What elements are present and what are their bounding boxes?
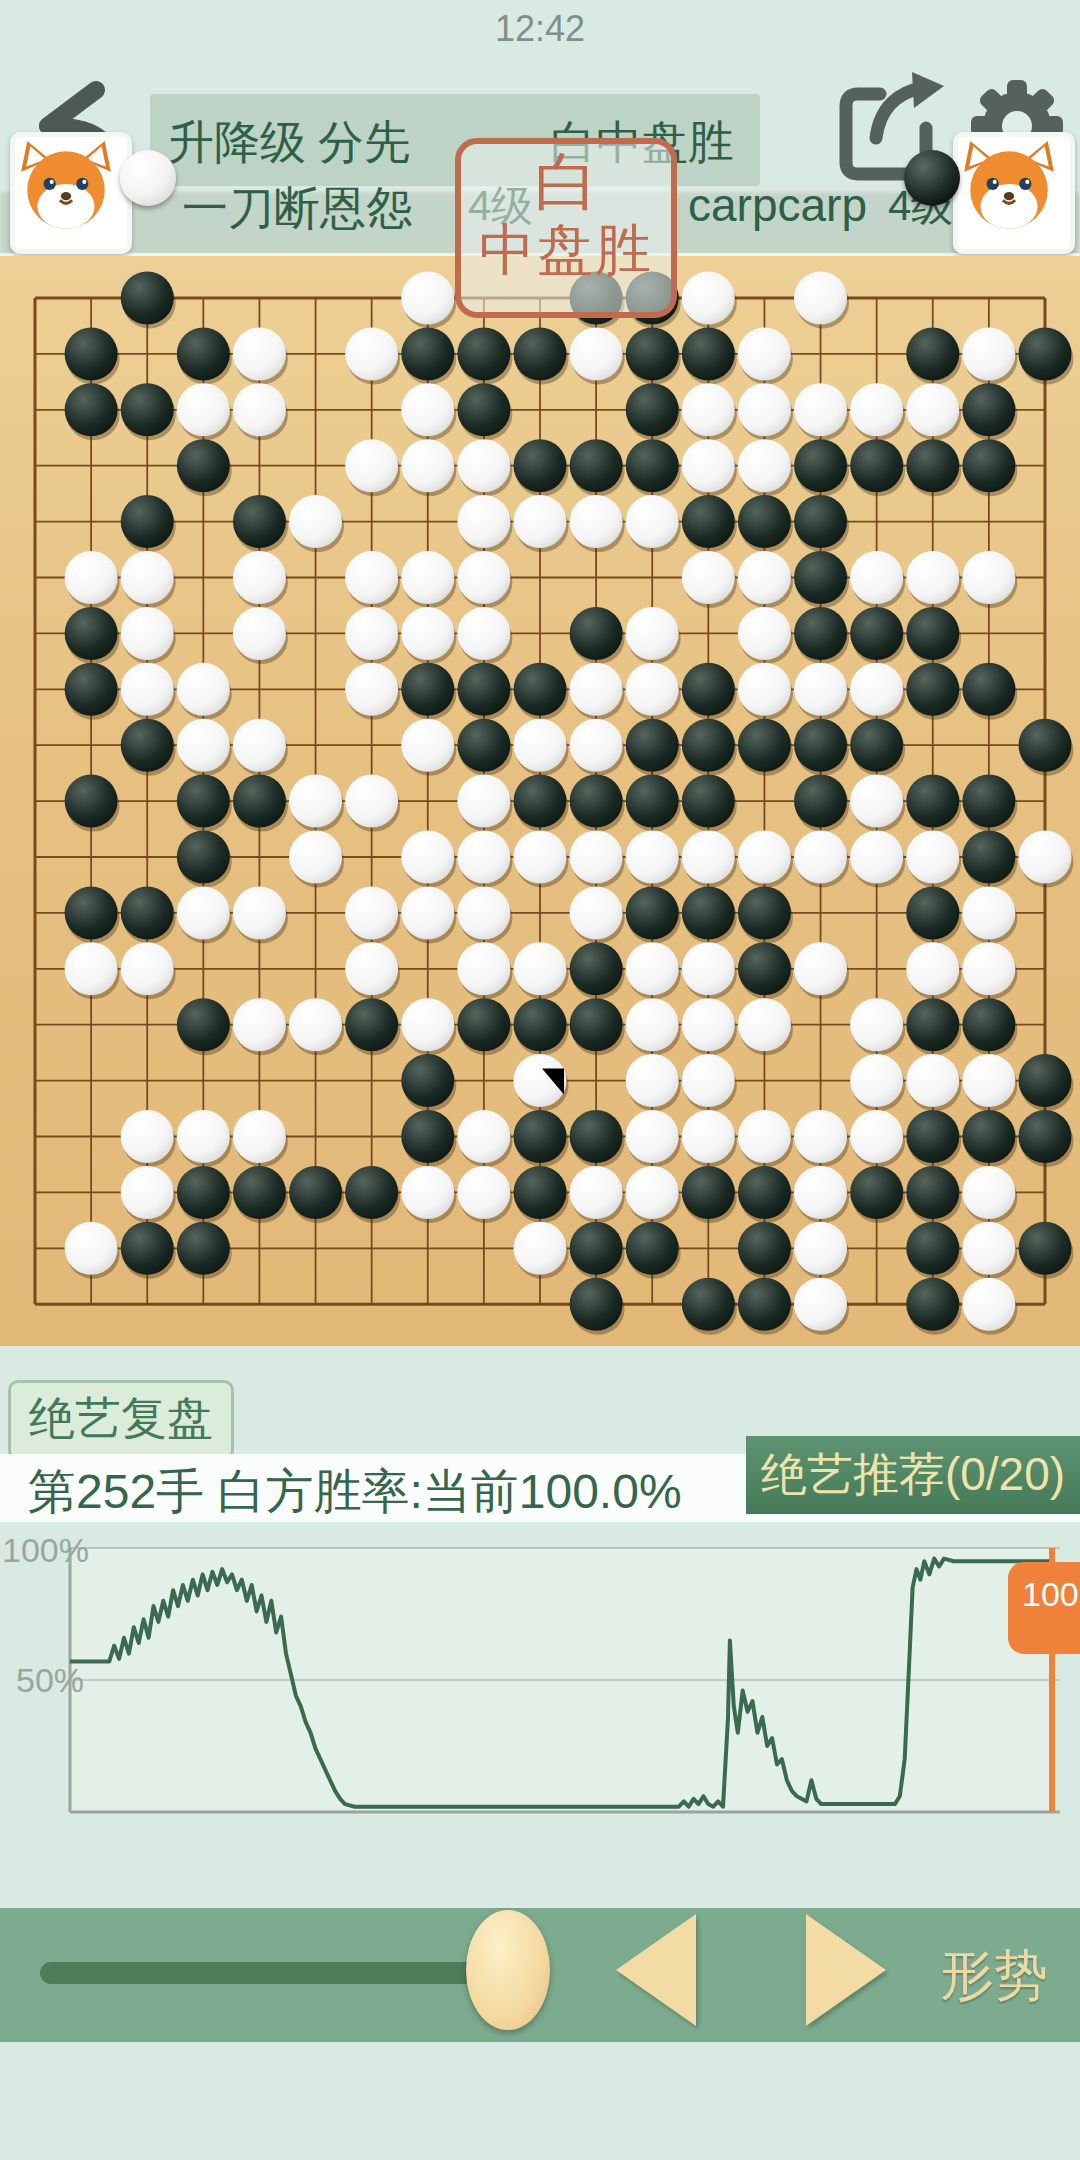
go-board[interactable] bbox=[0, 256, 1080, 1346]
white-stone bbox=[962, 942, 1015, 995]
black-stone bbox=[65, 327, 118, 380]
white-stone bbox=[626, 1110, 679, 1163]
white-stone bbox=[962, 327, 1015, 380]
white-stone bbox=[738, 383, 791, 436]
white-stone bbox=[850, 551, 903, 604]
white-stone bbox=[513, 942, 566, 995]
white-stone bbox=[121, 663, 174, 716]
white-stone-badge bbox=[120, 150, 176, 206]
black-stone bbox=[906, 1278, 959, 1331]
stamp-line2: 中盘胜 bbox=[461, 218, 671, 282]
move-winrate-text: 第252手 白方胜率:当前100.0% bbox=[28, 1460, 682, 1524]
white-stone bbox=[65, 551, 118, 604]
black-stone bbox=[121, 383, 174, 436]
white-stone bbox=[738, 663, 791, 716]
white-stone bbox=[626, 607, 679, 660]
white-stone bbox=[794, 383, 847, 436]
black-stone bbox=[570, 1222, 623, 1275]
white-stone bbox=[233, 719, 286, 772]
black-stone bbox=[850, 719, 903, 772]
white-stone bbox=[513, 719, 566, 772]
white-stone bbox=[962, 886, 1015, 939]
black-stone bbox=[177, 775, 230, 828]
white-stone bbox=[906, 551, 959, 604]
black-stone bbox=[570, 1110, 623, 1163]
previous-move-button[interactable] bbox=[616, 1914, 696, 2026]
white-stone bbox=[794, 831, 847, 884]
white-stone bbox=[345, 607, 398, 660]
white-stone bbox=[850, 831, 903, 884]
white-stone bbox=[570, 327, 623, 380]
black-stone bbox=[682, 719, 735, 772]
black-stone bbox=[738, 719, 791, 772]
white-stone bbox=[233, 998, 286, 1051]
right-player-avatar[interactable] bbox=[953, 132, 1075, 254]
fox-avatar-icon bbox=[15, 137, 117, 239]
white-stone bbox=[794, 1166, 847, 1219]
white-stone bbox=[401, 998, 454, 1051]
black-stone bbox=[906, 663, 959, 716]
black-stone bbox=[1018, 327, 1071, 380]
black-stone bbox=[570, 942, 623, 995]
black-stone bbox=[626, 886, 679, 939]
black-stone bbox=[794, 775, 847, 828]
white-stone bbox=[626, 1166, 679, 1219]
svg-text:50%: 50% bbox=[16, 1661, 84, 1699]
white-stone bbox=[457, 775, 510, 828]
right-player-name: carpcarp bbox=[688, 178, 867, 232]
white-stone bbox=[682, 272, 735, 325]
white-stone bbox=[457, 607, 510, 660]
white-stone bbox=[794, 272, 847, 325]
white-stone bbox=[121, 607, 174, 660]
white-stone bbox=[626, 663, 679, 716]
white-stone bbox=[401, 831, 454, 884]
black-stone bbox=[513, 439, 566, 492]
white-stone bbox=[401, 272, 454, 325]
situation-button[interactable]: 形势 bbox=[940, 1940, 1048, 2013]
white-stone bbox=[794, 1110, 847, 1163]
black-stone bbox=[1018, 1110, 1071, 1163]
black-stone bbox=[626, 327, 679, 380]
white-stone bbox=[513, 1222, 566, 1275]
black-stone bbox=[906, 1110, 959, 1163]
white-stone bbox=[65, 942, 118, 995]
white-stone bbox=[962, 1054, 1015, 1107]
black-stone bbox=[626, 439, 679, 492]
go-board-svg bbox=[0, 256, 1080, 1346]
white-stone bbox=[682, 1110, 735, 1163]
black-stone bbox=[850, 1166, 903, 1219]
bottom-control-bar: 形势 bbox=[0, 1908, 1080, 2042]
white-stone bbox=[233, 607, 286, 660]
black-stone bbox=[457, 998, 510, 1051]
black-stone bbox=[121, 1222, 174, 1275]
white-stone bbox=[289, 495, 342, 548]
black-stone bbox=[794, 607, 847, 660]
winrate-chart[interactable]: 100%50%100.0 bbox=[0, 1522, 1080, 1832]
white-stone bbox=[345, 439, 398, 492]
white-stone bbox=[738, 1110, 791, 1163]
white-stone bbox=[457, 1166, 510, 1219]
black-stone bbox=[626, 775, 679, 828]
black-stone bbox=[177, 1166, 230, 1219]
black-stone bbox=[1018, 1222, 1071, 1275]
black-stone bbox=[682, 775, 735, 828]
black-stone bbox=[906, 1166, 959, 1219]
left-player-name: 一刀断恩怨 bbox=[182, 178, 412, 240]
black-stone bbox=[738, 495, 791, 548]
black-stone bbox=[1018, 719, 1071, 772]
black-stone bbox=[682, 1166, 735, 1219]
white-stone bbox=[682, 551, 735, 604]
white-stone bbox=[738, 551, 791, 604]
black-stone bbox=[794, 551, 847, 604]
white-stone bbox=[570, 719, 623, 772]
black-stone bbox=[65, 886, 118, 939]
white-stone bbox=[233, 551, 286, 604]
white-stone bbox=[682, 831, 735, 884]
white-stone bbox=[121, 1166, 174, 1219]
black-stone bbox=[682, 1278, 735, 1331]
black-stone bbox=[177, 1222, 230, 1275]
black-stone bbox=[850, 607, 903, 660]
white-stone bbox=[738, 327, 791, 380]
white-stone bbox=[401, 383, 454, 436]
winrate-chart-svg: 100%50%100.0 bbox=[0, 1522, 1080, 1832]
black-stone bbox=[513, 775, 566, 828]
black-stone bbox=[457, 719, 510, 772]
black-stone bbox=[177, 439, 230, 492]
white-stone bbox=[233, 1110, 286, 1163]
black-stone bbox=[121, 272, 174, 325]
white-stone bbox=[570, 831, 623, 884]
clock-time: 12:42 bbox=[0, 8, 1080, 50]
white-stone bbox=[345, 551, 398, 604]
white-stone bbox=[850, 1054, 903, 1107]
black-stone bbox=[794, 719, 847, 772]
black-stone bbox=[65, 775, 118, 828]
white-stone bbox=[1018, 831, 1071, 884]
white-stone bbox=[345, 886, 398, 939]
white-stone bbox=[289, 831, 342, 884]
white-stone bbox=[626, 831, 679, 884]
white-stone bbox=[682, 998, 735, 1051]
white-stone bbox=[233, 383, 286, 436]
white-stone bbox=[401, 719, 454, 772]
match-type-label: 升降级 bbox=[168, 112, 306, 174]
black-stone bbox=[1018, 1054, 1071, 1107]
black-stone bbox=[65, 607, 118, 660]
white-stone bbox=[513, 495, 566, 548]
black-stone bbox=[738, 1278, 791, 1331]
black-stone bbox=[177, 998, 230, 1051]
black-stone bbox=[794, 439, 847, 492]
black-stone bbox=[962, 831, 1015, 884]
white-stone bbox=[682, 942, 735, 995]
ai-recommend-button[interactable]: 绝艺推荐(0/20) bbox=[746, 1436, 1080, 1514]
black-stone bbox=[906, 886, 959, 939]
black-stone bbox=[345, 998, 398, 1051]
black-stone bbox=[906, 439, 959, 492]
black-stone bbox=[962, 775, 1015, 828]
black-stone bbox=[513, 1166, 566, 1219]
black-stone bbox=[345, 1166, 398, 1219]
black-stone bbox=[626, 719, 679, 772]
white-stone bbox=[177, 383, 230, 436]
black-stone bbox=[570, 775, 623, 828]
black-stone bbox=[570, 439, 623, 492]
black-stone bbox=[962, 439, 1015, 492]
white-stone bbox=[682, 439, 735, 492]
white-stone bbox=[850, 383, 903, 436]
left-player-avatar[interactable] bbox=[10, 132, 132, 254]
player-bar: 一刀断恩怨 4级 白 中盘胜 carpcarp 4级 bbox=[0, 190, 1080, 256]
black-stone bbox=[906, 607, 959, 660]
white-stone bbox=[177, 663, 230, 716]
white-stone bbox=[570, 1166, 623, 1219]
black-stone bbox=[738, 886, 791, 939]
black-stone bbox=[682, 663, 735, 716]
black-stone bbox=[850, 439, 903, 492]
white-stone bbox=[682, 383, 735, 436]
move-slider-knob[interactable] bbox=[466, 1910, 550, 2030]
white-stone bbox=[794, 942, 847, 995]
black-stone-badge bbox=[904, 150, 960, 206]
white-stone bbox=[570, 663, 623, 716]
current-winrate-value: 100.0 bbox=[1022, 1575, 1080, 1613]
black-stone bbox=[513, 327, 566, 380]
white-stone bbox=[738, 439, 791, 492]
black-stone bbox=[121, 495, 174, 548]
black-stone bbox=[65, 383, 118, 436]
white-stone bbox=[457, 831, 510, 884]
black-stone bbox=[962, 383, 1015, 436]
black-stone bbox=[513, 663, 566, 716]
black-stone bbox=[121, 886, 174, 939]
white-stone bbox=[457, 886, 510, 939]
black-stone bbox=[457, 383, 510, 436]
white-stone bbox=[626, 1054, 679, 1107]
black-stone bbox=[906, 1222, 959, 1275]
black-stone bbox=[289, 1166, 342, 1219]
white-stone bbox=[233, 327, 286, 380]
white-stone bbox=[962, 1222, 1015, 1275]
white-stone bbox=[626, 495, 679, 548]
black-stone bbox=[738, 1166, 791, 1219]
black-stone bbox=[682, 327, 735, 380]
black-stone bbox=[962, 998, 1015, 1051]
stamp-line1: 白 bbox=[461, 146, 671, 218]
white-stone bbox=[289, 775, 342, 828]
black-stone bbox=[626, 1222, 679, 1275]
white-stone bbox=[794, 663, 847, 716]
white-stone bbox=[345, 775, 398, 828]
svg-text:100%: 100% bbox=[2, 1531, 89, 1569]
black-stone bbox=[962, 663, 1015, 716]
fox-avatar-icon bbox=[958, 137, 1060, 239]
white-stone bbox=[850, 775, 903, 828]
white-stone bbox=[457, 1110, 510, 1163]
black-stone bbox=[682, 495, 735, 548]
white-stone bbox=[345, 663, 398, 716]
black-stone bbox=[570, 1278, 623, 1331]
white-stone bbox=[177, 1110, 230, 1163]
white-stone bbox=[233, 886, 286, 939]
black-stone bbox=[738, 942, 791, 995]
white-stone bbox=[401, 1166, 454, 1219]
white-stone bbox=[794, 1222, 847, 1275]
rules-label: 分先 bbox=[318, 112, 410, 174]
white-stone bbox=[906, 831, 959, 884]
white-stone bbox=[401, 607, 454, 660]
black-stone bbox=[906, 775, 959, 828]
black-stone bbox=[233, 1166, 286, 1219]
white-stone bbox=[850, 1110, 903, 1163]
white-stone bbox=[626, 998, 679, 1051]
black-stone bbox=[794, 495, 847, 548]
black-stone bbox=[962, 1110, 1015, 1163]
white-stone bbox=[457, 551, 510, 604]
white-stone bbox=[738, 831, 791, 884]
white-stone bbox=[570, 495, 623, 548]
black-stone bbox=[233, 495, 286, 548]
white-stone bbox=[738, 607, 791, 660]
white-stone bbox=[962, 551, 1015, 604]
black-stone bbox=[738, 1222, 791, 1275]
white-stone bbox=[682, 1054, 735, 1107]
white-stone bbox=[121, 1110, 174, 1163]
black-stone bbox=[570, 998, 623, 1051]
black-stone bbox=[401, 327, 454, 380]
black-stone bbox=[570, 607, 623, 660]
black-stone bbox=[177, 327, 230, 380]
white-stone bbox=[457, 439, 510, 492]
white-stone bbox=[457, 495, 510, 548]
next-move-button[interactable] bbox=[806, 1914, 886, 2026]
result-stamp: 白 中盘胜 bbox=[455, 138, 677, 318]
black-stone bbox=[513, 998, 566, 1051]
ai-review-button[interactable]: 绝艺复盘 bbox=[8, 1380, 234, 1460]
white-stone bbox=[906, 942, 959, 995]
black-stone bbox=[457, 663, 510, 716]
white-stone bbox=[906, 1054, 959, 1107]
white-stone bbox=[177, 886, 230, 939]
black-stone bbox=[682, 886, 735, 939]
black-stone bbox=[626, 383, 679, 436]
white-stone bbox=[513, 831, 566, 884]
white-stone bbox=[962, 1166, 1015, 1219]
black-stone bbox=[513, 1110, 566, 1163]
black-stone bbox=[233, 775, 286, 828]
white-stone bbox=[177, 719, 230, 772]
white-stone bbox=[962, 1278, 1015, 1331]
black-stone bbox=[401, 1054, 454, 1107]
white-stone bbox=[345, 942, 398, 995]
white-stone bbox=[850, 998, 903, 1051]
status-bar: 12:42 bbox=[0, 0, 1080, 58]
black-stone bbox=[457, 327, 510, 380]
fox-go-review-screen: 12:42 升降级 分先 白中盘胜 bbox=[0, 0, 1080, 2160]
ai-review-panel: 绝艺复盘 第252手 白方胜率:当前100.0% 绝艺推荐(0/20) bbox=[0, 1346, 1080, 1522]
white-stone bbox=[401, 886, 454, 939]
black-stone bbox=[401, 1110, 454, 1163]
white-stone bbox=[570, 886, 623, 939]
white-stone bbox=[121, 942, 174, 995]
white-stone bbox=[289, 998, 342, 1051]
move-slider-track[interactable] bbox=[40, 1962, 500, 1984]
black-stone bbox=[177, 831, 230, 884]
black-stone bbox=[906, 327, 959, 380]
white-stone bbox=[794, 1278, 847, 1331]
white-stone bbox=[401, 551, 454, 604]
black-stone bbox=[401, 663, 454, 716]
white-stone bbox=[626, 942, 679, 995]
white-stone bbox=[345, 327, 398, 380]
white-stone bbox=[401, 439, 454, 492]
black-stone bbox=[121, 719, 174, 772]
black-stone bbox=[65, 663, 118, 716]
white-stone bbox=[121, 551, 174, 604]
white-stone bbox=[65, 1222, 118, 1275]
white-stone bbox=[850, 663, 903, 716]
white-stone bbox=[906, 383, 959, 436]
white-stone bbox=[738, 998, 791, 1051]
white-stone bbox=[457, 942, 510, 995]
black-stone bbox=[906, 998, 959, 1051]
